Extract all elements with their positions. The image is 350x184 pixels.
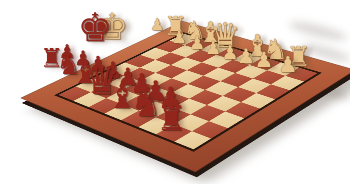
chess-piece-red-king: ♚ bbox=[78, 8, 113, 47]
backdrop-shadow bbox=[288, 19, 349, 43]
chess-piece-red-pawn: ♟ bbox=[59, 42, 76, 61]
chess-piece-white-king: ♚ bbox=[96, 9, 128, 45]
product-photo-scene: ♟♜♞♚♟♚♝♛♟♟♟♝♟♞♟♟♜♜♟♟♟♞♟♝♟♟♛♟♟♝♞♜ bbox=[0, 0, 350, 184]
chess-piece-red-rook: ♜ bbox=[40, 45, 63, 71]
